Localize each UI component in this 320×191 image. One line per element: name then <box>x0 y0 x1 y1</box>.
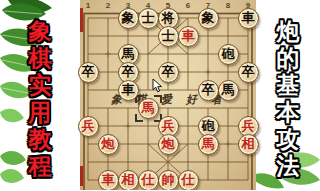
piece-black-soldier-f7r5[interactable]: 卒 <box>198 80 219 101</box>
board-edge-red-strip-bottom <box>80 166 83 186</box>
right-banner-title: 炮的基本攻法 <box>264 19 312 178</box>
piece-red-advisor-f4r10[interactable]: 仕 <box>138 170 159 191</box>
piece-red-advisor-f6r10[interactable]: 仕 <box>178 170 199 191</box>
banner-char: 炮 <box>277 19 300 43</box>
piece-red-horse-f4r6[interactable]: 馬 <box>138 98 159 119</box>
piece-red-general-f5r10[interactable]: 帥 <box>158 170 179 191</box>
mouse-cursor-icon <box>152 78 164 94</box>
piece-black-soldier-f9r4[interactable]: 卒 <box>238 62 259 83</box>
piece-red-elephant-f3r10[interactable]: 相 <box>118 170 139 191</box>
banner-char: 程 <box>29 154 52 178</box>
piece-red-cannon-f5r8[interactable]: 炮 <box>158 134 179 155</box>
video-frame: 象棋实用教程 炮的基本攻法 123456789象棋愛好者象士将象車士車馬砲卒卒卒… <box>0 0 320 190</box>
piece-black-horse-f8r5[interactable]: 馬 <box>218 80 239 101</box>
banner-char: 棋 <box>29 46 52 70</box>
column-label-1: 1 <box>82 1 94 10</box>
piece-red-soldier-f1r7[interactable]: 兵 <box>78 116 99 137</box>
piece-black-chariot-f3r5[interactable]: 車 <box>118 80 139 101</box>
left-banner-title: 象棋实用教程 <box>16 19 64 178</box>
column-label-2: 2 <box>102 1 114 10</box>
piece-red-horse-f7r8[interactable]: 馬 <box>198 134 219 155</box>
banner-char: 教 <box>29 127 52 151</box>
banner-char: 攻 <box>277 127 300 151</box>
piece-red-chariot-f2r10[interactable]: 車 <box>98 170 119 191</box>
banner-char: 法 <box>277 154 300 178</box>
banner-char: 基 <box>277 73 300 97</box>
piece-black-advisor-f4r1[interactable]: 士 <box>138 8 159 29</box>
banner-char: 象 <box>29 19 52 43</box>
piece-black-cannon-f8r3[interactable]: 砲 <box>218 44 239 65</box>
piece-black-advisor-f5r2[interactable]: 士 <box>158 26 179 47</box>
river-text-char: 好 <box>185 92 197 108</box>
xiangqi-board[interactable]: 123456789象棋愛好者象士将象車士車馬砲卒卒卒卒車卒馬馬兵兵砲兵炮炮馬相車… <box>80 0 256 190</box>
piece-black-soldier-f1r4[interactable]: 卒 <box>78 62 99 83</box>
column-label-6: 6 <box>182 1 194 10</box>
banner-char: 的 <box>277 46 300 70</box>
piece-red-cannon-f2r8[interactable]: 炮 <box>98 134 119 155</box>
column-label-8: 8 <box>222 1 234 10</box>
piece-black-elephant-f3r1[interactable]: 象 <box>118 8 139 29</box>
piece-red-elephant-f9r8[interactable]: 相 <box>238 134 259 155</box>
piece-black-chariot-f9r1[interactable]: 車 <box>238 8 259 29</box>
board-edge-red-strip-top <box>80 8 83 32</box>
piece-black-elephant-f7r1[interactable]: 象 <box>198 8 219 29</box>
banner-char: 本 <box>277 100 300 124</box>
banner-char: 用 <box>29 100 52 124</box>
piece-red-chariot-f6r2[interactable]: 車 <box>178 26 199 47</box>
banner-char: 实 <box>29 73 52 97</box>
